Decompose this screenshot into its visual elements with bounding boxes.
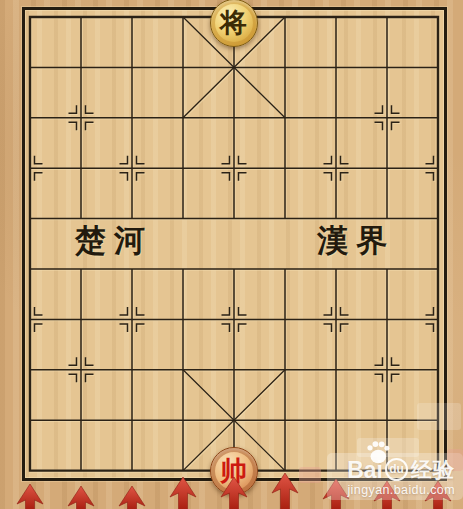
xiangqi-board-screenshot: 楚河 漢界 将帅	[0, 0, 463, 509]
red-general[interactable]: 帅	[210, 447, 258, 495]
river-label-right: 漢界	[306, 221, 406, 261]
river-label-left: 楚河	[66, 221, 162, 261]
black-general[interactable]: 将	[210, 0, 258, 47]
